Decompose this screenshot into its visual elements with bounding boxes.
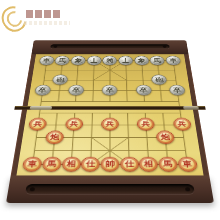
top-tray-groove	[50, 44, 169, 48]
groove-end-dot	[30, 187, 35, 191]
piece-silver-soldier[interactable]: 卒	[102, 85, 118, 96]
piece-red-chariot[interactable]: 車	[177, 157, 198, 172]
piece-silver-soldier[interactable]: 卒	[136, 85, 152, 96]
piece-silver-elephant[interactable]: 象	[71, 56, 86, 65]
watermark-subtext	[24, 21, 70, 25]
watermark-glyph	[26, 10, 33, 18]
piece-silver-elephant[interactable]: 象	[134, 56, 149, 65]
piece-silver-cannon[interactable]: 砲	[52, 75, 68, 85]
groove-end-dot	[185, 187, 190, 191]
hinge-left	[30, 106, 52, 110]
piece-silver-soldier[interactable]: 卒	[34, 85, 51, 96]
piece-red-advisor[interactable]: 仕	[120, 157, 139, 172]
piece-red-soldier[interactable]: 兵	[28, 118, 47, 131]
piece-red-cannon[interactable]: 炮	[45, 130, 64, 143]
piece-red-soldier[interactable]: 兵	[137, 118, 155, 131]
piece-red-soldier[interactable]: 兵	[101, 118, 119, 131]
watermark-glyph	[35, 10, 42, 18]
watermark-glyph	[53, 10, 60, 18]
piece-silver-advisor[interactable]: 士	[118, 56, 133, 65]
piece-silver-general[interactable]: 將	[103, 56, 118, 65]
piece-red-soldier[interactable]: 兵	[172, 118, 191, 131]
hinge-right	[183, 106, 199, 110]
product-photo-stage: 車馬象士將士象馬車砲砲卒卒卒卒卒兵兵兵兵兵炮炮車馬相仕帥仕相馬車	[0, 0, 220, 220]
piece-red-general[interactable]: 帥	[101, 157, 120, 172]
top-piece-tray	[31, 40, 188, 54]
piece-red-elephant[interactable]: 相	[61, 157, 81, 172]
xiangqi-board[interactable]: 車馬象士將士象馬車砲砲卒卒卒卒卒兵兵兵兵兵炮炮車馬相仕帥仕相馬車	[22, 56, 198, 172]
groove-end-dot	[53, 45, 57, 47]
piece-red-elephant[interactable]: 相	[139, 157, 159, 172]
fold-seam	[14, 106, 205, 110]
bottom-tray-groove	[25, 184, 194, 194]
piece-red-horse[interactable]: 馬	[42, 157, 62, 172]
piece-red-soldier[interactable]: 兵	[65, 118, 83, 131]
board-body: 車馬象士將士象馬車砲砲卒卒卒卒卒兵兵兵兵兵炮炮車馬相仕帥仕相馬車	[11, 54, 210, 175]
xiangqi-board-frame: 車馬象士將士象馬車砲砲卒卒卒卒卒兵兵兵兵兵炮炮車馬相仕帥仕相馬車	[6, 40, 214, 203]
piece-silver-chariot[interactable]: 車	[39, 56, 55, 65]
play-area: 車馬象士將士象馬車砲砲卒卒卒卒卒兵兵兵兵兵炮炮車馬相仕帥仕相馬車	[22, 56, 198, 172]
groove-end-dot	[163, 45, 167, 47]
piece-silver-soldier[interactable]: 卒	[169, 85, 186, 96]
piece-silver-cannon[interactable]: 砲	[151, 75, 167, 85]
piece-red-cannon[interactable]: 炮	[156, 130, 175, 143]
piece-silver-horse[interactable]: 馬	[55, 56, 71, 65]
watermark-glyph	[44, 10, 51, 18]
piece-red-advisor[interactable]: 仕	[81, 157, 100, 172]
piece-silver-soldier[interactable]: 卒	[68, 85, 84, 96]
piece-silver-advisor[interactable]: 士	[87, 56, 102, 65]
piece-red-chariot[interactable]: 車	[22, 157, 43, 172]
bottom-piece-tray	[6, 175, 214, 203]
watermark-logo	[2, 4, 72, 32]
piece-red-horse[interactable]: 馬	[158, 157, 178, 172]
piece-silver-horse[interactable]: 馬	[150, 56, 166, 65]
piece-silver-chariot[interactable]: 車	[165, 56, 181, 65]
